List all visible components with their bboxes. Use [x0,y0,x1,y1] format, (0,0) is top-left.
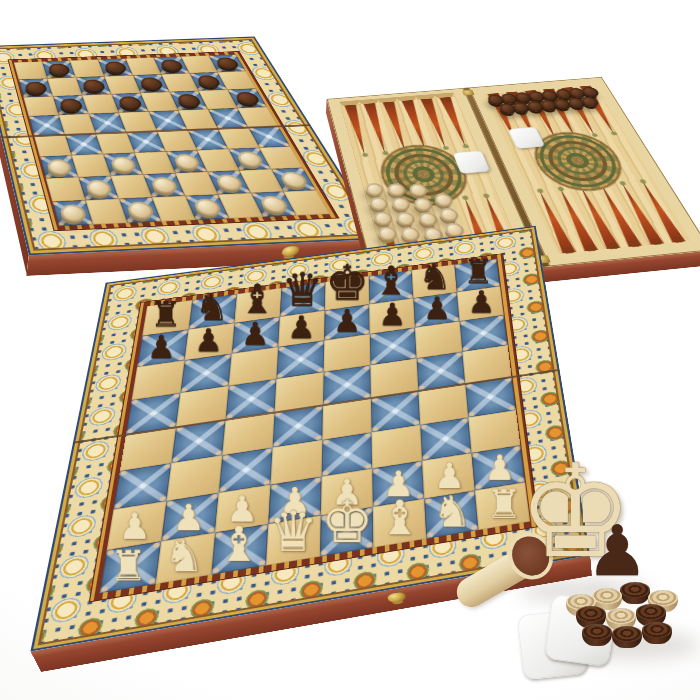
white-rook: ♜ [102,545,155,587]
disc-top [642,622,672,638]
black-pawn: ♟ [186,324,231,356]
disc-pile [566,582,700,662]
disc-top [592,588,622,604]
dark-checker [214,57,240,70]
black-bishop: ♝ [236,279,280,319]
dark-checker-loose [582,624,612,651]
point-tip [592,134,597,137]
disc-top [612,626,642,642]
dark-checker [175,94,202,108]
dark-checker [103,61,128,74]
point-ornament: ʒʒ [379,101,400,108]
disc-top [582,624,612,640]
checkers-square [40,155,79,178]
white-bishop: ♝ [213,520,266,568]
black-pawn: ♟ [279,312,324,343]
checkers-square [46,177,86,201]
checkers-square [53,95,89,115]
white-queen: ♛ [267,504,319,560]
dark-checker-loose [642,622,672,649]
product-photo-stage: ʒʒʒʒʒʒʒʒʒʒʒʒʒʒʒʒʒʒʒʒʒʒʒʒ ʒʒʒʒʒʒʒʒʒʒʒʒʒʒʒ… [0,0,700,700]
point-tip [619,182,625,185]
point-ornament: ʒʒ [576,85,597,92]
black-pawn: ♟ [233,318,278,350]
point-ornament: ʒʒ [416,98,437,105]
black-knight: ♞ [190,288,234,326]
backgammon-hinge-top [462,90,475,96]
point-ornament: ʒʒ [664,234,690,244]
black-pawn: ♟ [460,287,504,318]
disc-top [636,604,666,620]
black-bishop: ♝ [370,261,413,301]
chess-square [226,379,277,420]
chess-square [222,412,274,455]
point-tip [403,150,408,153]
checkers-square [187,129,228,151]
point-tip [443,147,448,150]
dark-checker [117,96,143,110]
chess-brass-latch [387,592,406,604]
black-queen: ♛ [281,267,325,313]
light-checker [234,151,264,167]
checkers-square [126,131,165,153]
disc-top [576,606,606,622]
black-pawn: ♟ [370,299,414,330]
dark-checker [233,91,261,105]
dark-pawn-standing: ♟ [586,516,649,586]
point-tip [533,139,538,142]
point-tip [383,152,388,155]
point-tip [640,180,646,183]
dark-checker-loose [612,626,642,653]
point-ornament: ʒʒ [360,102,381,109]
white-pawn: ♟ [109,508,161,544]
black-pawn: ♟ [139,331,184,363]
disc-top [606,608,636,624]
black-king: ♚ [325,258,368,307]
chess-square [462,345,511,384]
point-tip [463,145,468,148]
black-rook: ♜ [144,297,188,332]
point-tip [611,132,616,135]
point-ornament: ʒʒ [435,96,456,103]
point-ornament: ʒʒ [643,236,669,246]
dark-checker [158,59,184,72]
checkers-square [111,93,148,113]
point-ornament: ʒʒ [398,99,419,106]
dark-checker [58,98,83,112]
loose-pieces-group: ♚ ♟ [430,430,700,690]
black-pawn: ♟ [415,293,459,324]
dark-checker [47,63,71,76]
point-ornament: ʒʒ [340,104,361,111]
point-tip [362,154,367,157]
black-pawn: ♟ [325,305,369,336]
disc-top [620,582,650,598]
white-king: ♚ [321,492,373,551]
white-bishop: ♝ [374,495,426,542]
white-knight: ♞ [157,533,210,578]
